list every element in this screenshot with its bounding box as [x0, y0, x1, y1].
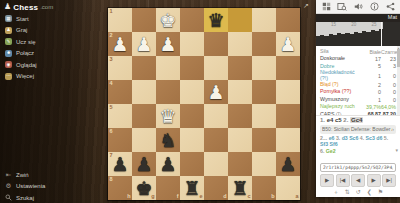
square-b7[interactable]: [252, 152, 276, 176]
variation-move[interactable]: Sf6: [330, 141, 338, 147]
square-b8[interactable]: b: [252, 176, 276, 200]
sidebar-menu: ▦Start♟Graj✎Ucz się☻Połącz◉Oglądaj⋯Więce…: [0, 13, 100, 82]
square-c8[interactable]: c♜: [228, 176, 252, 200]
opening-box[interactable]: B50: Sicilian Defense: Bowdler Att... ›: [320, 125, 396, 134]
rank-label-6: 6: [110, 129, 113, 135]
sidebar-item-label: Graj: [16, 27, 27, 33]
eval-graph[interactable]: 152025: [316, 22, 400, 46]
square-c5[interactable]: [228, 104, 252, 128]
square-d5[interactable]: [204, 104, 228, 128]
black-queen-d1[interactable]: ♛: [204, 8, 228, 32]
square-h4[interactable]: 4: [108, 80, 132, 104]
square-e6[interactable]: [180, 128, 204, 152]
logo-pawn-icon: ♟: [4, 3, 11, 11]
stat-value: 2: [366, 82, 381, 88]
add-icon[interactable]: ＋: [333, 189, 339, 195]
stat-value: 0: [381, 89, 396, 95]
sidebar-footer-menu: ⇤Zwiń⚙UstawieniaSzukaj?Pomoc: [0, 169, 100, 203]
sidebar-item-more[interactable]: ⋯Więcej: [0, 71, 100, 83]
col-white: Białe: [366, 49, 381, 55]
sidebar-item-label: Szukaj: [16, 195, 34, 201]
stat-value: 0: [366, 89, 381, 95]
stat-value: 0: [381, 82, 396, 88]
square-d2[interactable]: [204, 32, 228, 56]
app-root: ♟ Chess .com ▦Start♟Graj✎Ucz się☻Połącz◉…: [0, 0, 400, 203]
stat-row: Pomyłka (??)00: [320, 89, 396, 96]
eval-tick-label: 25: [371, 23, 376, 28]
square-b3[interactable]: [252, 56, 276, 80]
opening-name: B50: Sicilian Defense: Bowdler Att...: [322, 126, 392, 132]
black-rook-c8[interactable]: ♜: [228, 176, 252, 200]
square-e1[interactable]: [180, 8, 204, 32]
rank-label-3: 3: [110, 57, 113, 63]
square-e3[interactable]: [180, 56, 204, 80]
stat-value: 17: [366, 56, 381, 62]
gear-icon: ⚙: [5, 183, 12, 190]
flip-board-icon[interactable]: ⇅: [345, 189, 350, 195]
variation-line: 2... e6 3. d3 Sc6 4. Sc3 d6 5. Sf3 Sf6: [320, 135, 396, 148]
move-list: 1. e4 c5 2. Gc4 B50: Sicilian Defense: B…: [316, 115, 400, 154]
square-f7[interactable]: ♟: [156, 152, 180, 176]
sidebar-item-label: Start: [16, 16, 29, 22]
variation-move[interactable]: Sf3: [320, 141, 330, 147]
square-a1[interactable]: [276, 8, 300, 32]
stat-label: Wymuszony: [320, 97, 366, 103]
sidebar-item-watch[interactable]: ◉Oglądaj: [0, 59, 100, 71]
prev-move-button[interactable]: ◀: [351, 174, 365, 187]
chevron-down-icon[interactable]: ▾: [395, 147, 398, 153]
share-icon[interactable]: ❮: [367, 189, 372, 195]
stat-value: 1: [366, 73, 381, 79]
square-b1[interactable]: [252, 8, 276, 32]
black-pawn-f7[interactable]: ♟: [156, 152, 180, 176]
square-g5[interactable]: [132, 104, 156, 128]
variation-move[interactable]: d6: [376, 135, 384, 141]
square-a4[interactable]: [276, 80, 300, 104]
square-h3[interactable]: 3: [108, 56, 132, 80]
sidebar-item-label: Więcej: [16, 73, 34, 79]
watch-icon: ◉: [5, 61, 12, 68]
square-h7[interactable]: 7♟: [108, 152, 132, 176]
panel-footer-icons: ＋⇅↺❮⚑: [316, 187, 400, 197]
fen-section: [316, 154, 400, 174]
first-move-button[interactable]: |◀: [336, 174, 350, 187]
black-rook-e8[interactable]: ♜: [180, 176, 204, 200]
square-d4[interactable]: ♟: [204, 80, 228, 104]
variation-lines: 2... e6 3. d3 Sc6 4. Sc3 d6 5. Sf3 Sf6 6…: [320, 135, 396, 155]
square-h1[interactable]: 1: [108, 8, 132, 32]
stat-value: 23: [381, 56, 396, 62]
rank-label-8: 8: [110, 177, 113, 183]
stat-row: Najlepszy ruch39,7%64,0%: [320, 103, 396, 110]
stat-value: 1: [366, 97, 381, 103]
square-b6[interactable]: [252, 128, 276, 152]
square-c7[interactable]: [228, 152, 252, 176]
result-label: Mat: [388, 15, 397, 21]
result-strip: Mat: [316, 14, 400, 22]
square-d8[interactable]: d: [204, 176, 228, 200]
stat-value: 5: [366, 63, 381, 69]
stat-row: Błąd (?)20: [320, 81, 396, 88]
sidebar: ♟ Chess .com ▦Start♟Graj✎Ucz się☻Połącz◉…: [0, 0, 100, 203]
square-g2[interactable]: ♟: [132, 32, 156, 56]
square-h5[interactable]: 5: [108, 104, 132, 128]
more-icon: ⋯: [5, 73, 12, 80]
variation-line: 6. Ge2: [320, 148, 396, 155]
square-h8[interactable]: 8h: [108, 176, 132, 200]
col-black: Czarne: [381, 49, 396, 55]
sidebar-item-label: Zwiń: [16, 172, 29, 178]
square-a8[interactable]: a: [276, 176, 300, 200]
sound-icon[interactable]: [353, 1, 364, 12]
white-king-f1[interactable]: ♚: [156, 8, 180, 32]
stat-label: Doskonałe: [320, 56, 366, 62]
rank-label-4: 4: [110, 81, 113, 87]
square-f5[interactable]: ♛: [156, 104, 180, 128]
stat-label: Błąd (?): [320, 82, 366, 88]
square-e7[interactable]: [180, 152, 204, 176]
square-a6[interactable]: [276, 128, 300, 152]
rank-label-5: 5: [110, 105, 113, 111]
chess-board: 1♚♛2♟♟♟♟34♟5♛6♞7♟♟♟♟8hg♚fe♜dc♜ba: [108, 8, 300, 200]
connect-icon: ☻: [5, 50, 12, 57]
sidebar-item-learn[interactable]: ✎Ucz się: [0, 36, 100, 48]
stat-value: 64,0%: [381, 104, 396, 110]
black-king-g8[interactable]: ♚: [132, 176, 156, 200]
reset-icon[interactable]: ↺: [356, 189, 361, 195]
sidebar-item-collapse[interactable]: ⇤Zwiń: [0, 169, 100, 181]
file-label-d: d: [223, 194, 226, 200]
square-f3[interactable]: [156, 56, 180, 80]
square-f2[interactable]: ♟: [156, 32, 180, 56]
eval-tick-label: 15: [331, 23, 336, 28]
white-queen-f5[interactable]: ♛: [156, 104, 180, 128]
sidebar-item-label: Oglądaj: [16, 62, 37, 68]
sidebar-item-search[interactable]: Szukaj: [0, 192, 100, 203]
rank-label-1: 1: [110, 9, 113, 15]
black-pawn-g7[interactable]: ♟: [132, 152, 156, 176]
move-number: 1.: [320, 117, 327, 123]
eval-bar: [396, 22, 400, 46]
main-move-line: 1. e4 c5 2. Gc4: [320, 117, 396, 124]
sidebar-item-label: Ucz się: [16, 39, 36, 45]
logo-text: Chess: [13, 3, 38, 12]
start-icon: ▦: [5, 15, 12, 22]
black-pawn-h7[interactable]: ♟: [108, 152, 132, 176]
square-h6[interactable]: 6: [108, 128, 132, 152]
file-label-f: f: [177, 194, 179, 200]
board-layout-icon[interactable]: [321, 1, 332, 12]
square-g1[interactable]: [132, 8, 156, 32]
move-nav: ▶|◀◀▶▶|: [316, 174, 400, 187]
sidebar-item-label: Ustawienia: [16, 183, 45, 189]
play-icon: ♟: [5, 27, 12, 34]
stat-value: 39,7%: [366, 104, 381, 110]
eval-graph-bars: [316, 22, 400, 46]
fen-input[interactable]: [320, 163, 396, 172]
square-g3[interactable]: [132, 56, 156, 80]
accuracy-table: SiłaBiałeCzarneDoskonałe1723Dobre53Niedo…: [316, 46, 400, 115]
square-d6[interactable]: [204, 128, 228, 152]
next-move-button[interactable]: ▶: [367, 174, 381, 187]
move-number: 2...: [320, 135, 329, 141]
square-a2[interactable]: ♟: [276, 32, 300, 56]
stat-row: Doskonałe1723: [320, 55, 396, 62]
accuracy-table-header: SiłaBiałeCzarne: [320, 48, 396, 55]
square-f4[interactable]: [156, 80, 180, 104]
square-a7[interactable]: ♟: [276, 152, 300, 176]
black-pawn-a7[interactable]: ♟: [276, 152, 300, 176]
white-pawn-h2[interactable]: ♟: [108, 32, 132, 56]
sidebar-item-start[interactable]: ▦Start: [0, 13, 100, 25]
square-d3[interactable]: [204, 56, 228, 80]
square-e5[interactable]: [180, 104, 204, 128]
sidebar-item-label: Połącz: [16, 50, 34, 56]
square-a5[interactable]: [276, 104, 300, 128]
square-d1[interactable]: ♛: [204, 8, 228, 32]
square-f6[interactable]: ♞: [156, 128, 180, 152]
col-strength: Siła: [320, 49, 366, 54]
variation-move[interactable]: Sc3: [366, 135, 377, 141]
move[interactable]: e4: [327, 117, 335, 123]
stat-value: 3: [381, 63, 396, 69]
share-icon[interactable]: [385, 1, 396, 12]
sidebar-item-play[interactable]: ♟Graj: [0, 25, 100, 37]
autoplay-button[interactable]: ▶: [320, 174, 334, 187]
current-move-marker: [381, 22, 382, 46]
learn-icon: ✎: [5, 38, 12, 45]
logo-suffix: .com: [40, 4, 53, 10]
square-g4[interactable]: [132, 80, 156, 104]
panel-toolbar: [316, 0, 400, 14]
chevron-right-icon: ›: [392, 126, 394, 132]
expand-icon[interactable]: ↗: [303, 2, 309, 10]
square-c2[interactable]: [228, 32, 252, 56]
stat-value: 0: [381, 97, 396, 103]
square-f8[interactable]: f: [156, 176, 180, 200]
white-pawn-f2[interactable]: ♟: [156, 32, 180, 56]
square-h2[interactable]: 2♟: [108, 32, 132, 56]
variation-move[interactable]: Ge2: [326, 148, 336, 154]
square-e2[interactable]: [180, 32, 204, 56]
stat-label: Niedokładność (?!): [320, 70, 366, 81]
variation-move[interactable]: e6: [329, 135, 336, 141]
stat-row: Wymuszony10: [320, 96, 396, 103]
square-g7[interactable]: ♟: [132, 152, 156, 176]
eval-tick-label: 20: [351, 23, 356, 28]
last-move-button[interactable]: ▶|: [382, 174, 396, 187]
square-d7[interactable]: [204, 152, 228, 176]
chesscom-logo[interactable]: ♟ Chess .com: [0, 0, 100, 12]
analysis-search-icon[interactable]: [337, 1, 348, 12]
square-e4[interactable]: [180, 80, 204, 104]
stat-label: Pomyłka (??): [320, 89, 366, 95]
sidebar-item-settings[interactable]: ⚙Ustawienia: [0, 181, 100, 193]
square-c1[interactable]: [228, 8, 252, 32]
file-label-b: b: [271, 194, 274, 200]
square-g8[interactable]: g♚: [132, 176, 156, 200]
white-pawn-d4[interactable]: ♟: [204, 80, 228, 104]
search-icon: [5, 194, 12, 201]
sidebar-item-connect[interactable]: ☻Połącz: [0, 48, 100, 60]
square-b4[interactable]: [252, 80, 276, 104]
stat-row: Niedokładność (?!)10: [320, 70, 396, 81]
file-label-h: h: [127, 194, 130, 200]
info-icon[interactable]: [369, 1, 380, 12]
stat-label: Najlepszy ruch: [320, 104, 366, 110]
move-number: 5.: [384, 135, 388, 141]
analysis-panel: Mat 152025 SiłaBiałeCzarneDoskonałe1723D…: [316, 0, 400, 197]
square-b5[interactable]: [252, 104, 276, 128]
square-b2[interactable]: [252, 32, 276, 56]
square-c3[interactable]: [228, 56, 252, 80]
square-e8[interactable]: e♜: [180, 176, 204, 200]
collapse-icon: ⇤: [5, 171, 12, 178]
file-label-a: a: [295, 194, 298, 200]
white-pawn-a2[interactable]: ♟: [276, 32, 300, 56]
variation-move[interactable]: Sc6: [349, 135, 360, 141]
stat-value: 0: [381, 73, 396, 79]
square-c4[interactable]: [228, 80, 252, 104]
black-knight-f6[interactable]: ♞: [156, 128, 180, 152]
square-c6[interactable]: [228, 128, 252, 152]
square-a3[interactable]: [276, 56, 300, 80]
square-g6[interactable]: [132, 128, 156, 152]
flag-icon[interactable]: ⚑: [378, 189, 383, 195]
white-pawn-g2[interactable]: ♟: [132, 32, 156, 56]
square-f1[interactable]: ♚: [156, 8, 180, 32]
move[interactable]: Gc4: [350, 117, 363, 123]
